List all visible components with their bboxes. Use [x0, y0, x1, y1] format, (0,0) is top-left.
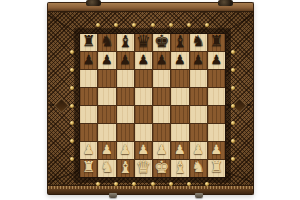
square-h2[interactable]: ♟ [208, 142, 225, 159]
square-g8[interactable]: ♞ [190, 34, 207, 51]
frame-miter-line [48, 170, 80, 183]
piece-black-queen[interactable]: ♛ [136, 33, 151, 50]
brass-pin-icon [70, 104, 74, 108]
piece-white-bishop[interactable]: ♝ [118, 160, 132, 176]
brass-pin-icon [70, 121, 74, 125]
square-d1[interactable]: ♛ [135, 160, 152, 177]
square-g7[interactable]: ♟ [190, 52, 207, 69]
brass-pin-icon [231, 121, 235, 125]
brass-pin-icon [70, 86, 74, 90]
square-c8[interactable]: ♝ [117, 34, 134, 51]
hinge-icon [218, 0, 233, 6]
piece-white-rook[interactable]: ♜ [210, 160, 223, 175]
square-c1[interactable]: ♝ [117, 160, 134, 177]
piece-white-pawn[interactable]: ♟ [83, 143, 95, 156]
piece-white-pawn[interactable]: ♟ [174, 143, 186, 156]
hinge-icon [86, 0, 101, 6]
square-a1[interactable]: ♜ [80, 160, 97, 177]
square-a6[interactable] [80, 70, 97, 87]
product-photo-scene: ♜♞♝♛♚♝♞♜♟♟♟♟♟♟♟♟♟♟♟♟♟♟♟♟♜♞♝♛♚♝♞♜ [0, 0, 300, 200]
piece-white-rook[interactable]: ♜ [82, 160, 95, 175]
square-e5[interactable] [153, 88, 170, 105]
brass-pin-icon [231, 86, 235, 90]
brass-pin-icon [231, 50, 235, 54]
piece-white-pawn[interactable]: ♟ [119, 143, 131, 156]
square-e3[interactable] [153, 124, 170, 141]
square-d5[interactable] [135, 88, 152, 105]
chess-board: ♜♞♝♛♚♝♞♜♟♟♟♟♟♟♟♟♟♟♟♟♟♟♟♟♜♞♝♛♚♝♞♜ [79, 33, 226, 178]
square-b2[interactable]: ♟ [98, 142, 115, 159]
piece-white-knight[interactable]: ♞ [191, 160, 204, 175]
box-foot [109, 193, 117, 198]
square-e1[interactable]: ♚ [153, 160, 170, 177]
square-f5[interactable] [171, 88, 188, 105]
piece-white-bishop[interactable]: ♝ [173, 160, 187, 176]
brass-pin-icon [231, 104, 235, 108]
piece-white-pawn[interactable]: ♟ [211, 143, 223, 156]
square-h3[interactable] [208, 124, 225, 141]
square-b4[interactable] [98, 106, 115, 123]
square-e6[interactable] [153, 70, 170, 87]
brass-pin-icon [205, 23, 209, 27]
square-d7[interactable]: ♟ [135, 52, 152, 69]
brass-pin-icon [169, 23, 173, 27]
piece-black-pawn[interactable]: ♟ [83, 53, 95, 66]
square-c6[interactable] [117, 70, 134, 87]
square-c3[interactable] [117, 124, 134, 141]
piece-black-knight[interactable]: ♞ [100, 34, 113, 49]
piece-white-pawn[interactable]: ♟ [192, 143, 204, 156]
piece-black-pawn[interactable]: ♟ [156, 53, 168, 66]
square-a2[interactable]: ♟ [80, 142, 97, 159]
square-b6[interactable] [98, 70, 115, 87]
square-g2[interactable]: ♟ [190, 142, 207, 159]
square-d6[interactable] [135, 70, 152, 87]
piece-black-pawn[interactable]: ♟ [192, 53, 204, 66]
piece-black-pawn[interactable]: ♟ [174, 53, 186, 66]
piece-black-rook[interactable]: ♜ [82, 34, 95, 49]
square-b7[interactable]: ♟ [98, 52, 115, 69]
square-d3[interactable] [135, 124, 152, 141]
square-h7[interactable]: ♟ [208, 52, 225, 69]
box-front-edge [47, 186, 254, 195]
brass-pin-icon [231, 139, 235, 143]
piece-black-pawn[interactable]: ♟ [211, 53, 223, 66]
brass-pin-icon [70, 139, 74, 143]
square-f7[interactable]: ♟ [171, 52, 188, 69]
brass-pin-icon [231, 68, 235, 72]
square-a3[interactable] [80, 124, 97, 141]
piece-white-queen[interactable]: ♛ [136, 159, 151, 176]
square-g1[interactable]: ♞ [190, 160, 207, 177]
square-g3[interactable] [190, 124, 207, 141]
piece-black-knight[interactable]: ♞ [191, 34, 204, 49]
piece-black-bishop[interactable]: ♝ [173, 34, 187, 50]
square-c7[interactable]: ♟ [117, 52, 134, 69]
piece-white-pawn[interactable]: ♟ [101, 143, 113, 156]
square-g4[interactable] [190, 106, 207, 123]
square-c4[interactable] [117, 106, 134, 123]
square-f4[interactable] [171, 106, 188, 123]
piece-black-pawn[interactable]: ♟ [101, 53, 113, 66]
square-g6[interactable] [190, 70, 207, 87]
square-a7[interactable]: ♟ [80, 52, 97, 69]
piece-black-king[interactable]: ♚ [154, 33, 169, 50]
brass-pin-icon [70, 50, 74, 54]
square-d8[interactable]: ♛ [135, 34, 152, 51]
frame-miter-line [223, 14, 254, 34]
piece-black-bishop[interactable]: ♝ [118, 34, 132, 50]
piece-black-rook[interactable]: ♜ [210, 34, 223, 49]
carved-diamond-ornament-icon [54, 98, 70, 114]
square-g5[interactable] [190, 88, 207, 105]
square-h1[interactable]: ♜ [208, 160, 225, 177]
square-d4[interactable] [135, 106, 152, 123]
brass-pin-icon [231, 157, 235, 161]
square-c2[interactable]: ♟ [117, 142, 134, 159]
square-f1[interactable]: ♝ [171, 160, 188, 177]
piece-black-pawn[interactable]: ♟ [138, 53, 150, 66]
square-b3[interactable] [98, 124, 115, 141]
square-f2[interactable]: ♟ [171, 142, 188, 159]
piece-white-king[interactable]: ♚ [154, 159, 169, 176]
square-a4[interactable] [80, 106, 97, 123]
square-h8[interactable]: ♜ [208, 34, 225, 51]
piece-black-pawn[interactable]: ♟ [119, 53, 131, 66]
brass-pin-icon [132, 23, 136, 27]
square-b5[interactable] [98, 88, 115, 105]
square-f6[interactable] [171, 70, 188, 87]
square-b1[interactable]: ♞ [98, 160, 115, 177]
square-f8[interactable]: ♝ [171, 34, 188, 51]
piece-white-pawn[interactable]: ♟ [138, 143, 150, 156]
carved-frame: ♜♞♝♛♚♝♞♜♟♟♟♟♟♟♟♟♟♟♟♟♟♟♟♟♜♞♝♛♚♝♞♜ [47, 11, 254, 186]
box-foot [195, 193, 203, 198]
square-h5[interactable] [208, 88, 225, 105]
square-a5[interactable] [80, 88, 97, 105]
chess-box: ♜♞♝♛♚♝♞♜♟♟♟♟♟♟♟♟♟♟♟♟♟♟♟♟♜♞♝♛♚♝♞♜ [47, 2, 254, 195]
brass-pin-icon [70, 68, 74, 72]
brass-pin-icon [114, 23, 118, 27]
square-e7[interactable]: ♟ [153, 52, 170, 69]
square-b8[interactable]: ♞ [98, 34, 115, 51]
square-h6[interactable] [208, 70, 225, 87]
frame-miter-line [48, 14, 79, 34]
box-lid-edge [47, 2, 254, 11]
brass-pin-icon [151, 23, 155, 27]
square-e8[interactable]: ♚ [153, 34, 170, 51]
square-f3[interactable] [171, 124, 188, 141]
square-c5[interactable] [117, 88, 134, 105]
piece-white-pawn[interactable]: ♟ [156, 143, 168, 156]
brass-pin-icon [96, 23, 100, 27]
square-e4[interactable] [153, 106, 170, 123]
square-a8[interactable]: ♜ [80, 34, 97, 51]
square-h4[interactable] [208, 106, 225, 123]
piece-white-knight[interactable]: ♞ [100, 160, 113, 175]
brass-pin-icon [187, 23, 191, 27]
brass-pin-icon [70, 157, 74, 161]
